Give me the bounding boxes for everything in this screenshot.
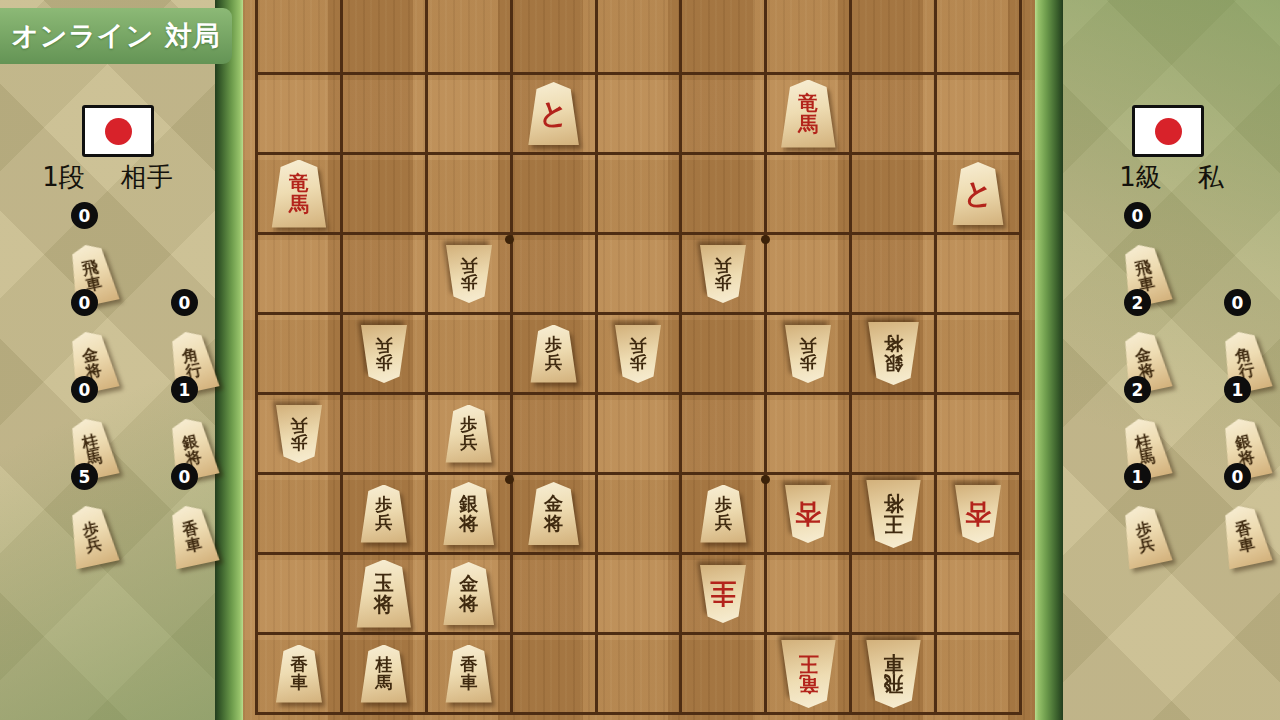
japan-flag-sun-icon [105, 118, 132, 145]
shogi-piece-pawn: 歩兵 [359, 325, 409, 383]
captured-rook[interactable]: 飛車0 [12, 206, 112, 293]
board-cell-r7c8[interactable]: 王将 [852, 475, 937, 555]
board-cell-r6c9[interactable] [937, 395, 1022, 475]
piece-kanji: 銀 [884, 354, 903, 373]
my-gold: 金将 [526, 482, 581, 545]
shogi-piece-promoted-bishop: 竜馬 [779, 80, 838, 148]
piece-kanji: 飛 [883, 674, 903, 694]
my-promoted-bishop: 竜馬 [779, 80, 838, 148]
board-cell-r7c1[interactable] [258, 475, 343, 555]
piece-kanji: 車 [460, 674, 477, 691]
piece-kanji: 歩 [460, 416, 477, 433]
board-cell-r9c2[interactable]: 桂馬 [343, 635, 428, 715]
piece-kanji: 桂 [375, 656, 392, 673]
board-cell-r4c5[interactable] [598, 235, 683, 315]
board-cell-r9c5[interactable] [598, 635, 683, 715]
captured-count-badge: 0 [71, 289, 98, 316]
board-cell-r6c8[interactable] [852, 395, 937, 475]
board-cell-r9c3[interactable]: 香車 [428, 635, 513, 715]
board-cell-r1c2[interactable] [343, 0, 428, 75]
captured-silver[interactable]: 銀将1 [1165, 380, 1265, 467]
captured-count-badge: 1 [1124, 463, 1151, 490]
opponent-pawn: 歩兵 [274, 405, 324, 463]
piece-kanji: 兵 [460, 256, 477, 273]
board-cell-r6c4[interactable] [513, 395, 598, 475]
piece-kanji: 歩 [715, 274, 732, 291]
captured-gold[interactable]: 金将0 [12, 293, 112, 380]
opponent-label: 1段 相手 [0, 160, 215, 195]
board-cell-r5c2[interactable]: 歩兵 [343, 315, 428, 395]
shogi-piece-silver: 銀将 [866, 322, 921, 385]
piece-kanji: 兵 [1137, 535, 1156, 554]
star-point [505, 475, 514, 484]
piece-kanji: 金 [459, 574, 478, 593]
japan-flag-opponent [82, 105, 154, 157]
star-point [761, 235, 770, 244]
board-cell-r7c4[interactable]: 金将 [513, 475, 598, 555]
shogi-piece-silver: 銀将 [441, 482, 496, 545]
board-cell-r7c3[interactable]: 銀将 [428, 475, 513, 555]
piece-kanji: 歩 [290, 434, 307, 451]
captured-bishop[interactable]: 角行0 [112, 293, 212, 380]
my-king: 玉将 [354, 560, 413, 628]
piece-kanji: 歩 [800, 354, 817, 371]
shogi-piece-promoted-knight: 圭 [698, 565, 748, 623]
board-cell-r9c4[interactable] [513, 635, 598, 715]
board-cell-r8c7[interactable] [767, 555, 852, 635]
piece-kanji: 歩 [375, 496, 392, 513]
board-cell-r1c7[interactable] [767, 0, 852, 75]
shogi-piece-tokin: と [526, 82, 581, 145]
piece-kanji: 兵 [715, 256, 732, 273]
board-cell-r1c4[interactable] [513, 0, 598, 75]
my-knight: 桂馬 [359, 645, 409, 703]
board-cell-r4c9[interactable] [937, 235, 1022, 315]
captured-knight[interactable]: 桂馬0 [12, 380, 112, 467]
board-cell-r3c9[interactable]: と [937, 155, 1022, 235]
board-cell-r2c6[interactable] [682, 75, 767, 155]
board-cell-r5c5[interactable]: 歩兵 [598, 315, 683, 395]
piece-kanji: 玉 [374, 573, 394, 593]
piece-kanji: 王 [883, 514, 903, 534]
piece-kanji: 将 [459, 514, 478, 533]
opponent-pawn: 歩兵 [444, 245, 494, 303]
board-cell-r5c8[interactable]: 銀将 [852, 315, 937, 395]
board-cell-r1c3[interactable] [428, 0, 513, 75]
captured-count-badge: 0 [71, 376, 98, 403]
shogi-piece-pawn: 歩兵 [444, 245, 494, 303]
board-grid: と竜馬竜馬と歩兵歩兵歩兵歩兵歩兵歩兵銀将歩兵歩兵歩兵銀将金将歩兵杏王将杏玉将金将… [255, 0, 1022, 715]
board-cell-r7c5[interactable] [598, 475, 683, 555]
piece-kanji: 将 [884, 334, 903, 353]
captured-count-badge: 0 [1224, 463, 1251, 490]
piece-kanji: 圭 [710, 580, 736, 607]
piece-kanji: 香 [290, 656, 307, 673]
piece-kanji: 車 [883, 653, 903, 673]
my-pawn: 歩兵 [359, 485, 409, 543]
opponent-promoted-rook: 竜王 [779, 640, 838, 708]
board-cell-r1c5[interactable] [598, 0, 683, 75]
my-tokin: と [526, 82, 581, 145]
board-cell-r9c6[interactable] [682, 635, 767, 715]
my-gold: 金将 [441, 562, 496, 625]
piece-kanji: 車 [184, 535, 203, 554]
captured-gold[interactable]: 金将2 [1065, 293, 1165, 380]
opponent-pawn: 歩兵 [783, 325, 833, 383]
board-cell-r3c8[interactable] [852, 155, 937, 235]
captured-pawn[interactable]: 歩兵1 [1065, 467, 1165, 554]
piece-kanji: 竜 [798, 93, 818, 113]
captured-count-badge: 2 [1124, 289, 1151, 316]
board-cell-r2c9[interactable] [937, 75, 1022, 155]
captured-count-badge: 0 [71, 202, 98, 229]
board-cell-r8c9[interactable] [937, 555, 1022, 635]
board-cell-r3c3[interactable] [428, 155, 513, 235]
captured-count-badge: 0 [1224, 289, 1251, 316]
shogi-piece-king: 王将 [864, 480, 923, 548]
board-cell-r4c8[interactable] [852, 235, 937, 315]
piece-kanji: 将 [374, 594, 394, 614]
captured-count-badge: 1 [171, 376, 198, 403]
captured-lance[interactable]: 香車0 [1165, 467, 1265, 554]
piece-kanji: 馬 [375, 674, 392, 691]
shogi-piece-pawn: 歩兵 [698, 245, 748, 303]
piece-kanji: 車 [1237, 535, 1256, 554]
piece-kanji: 杏 [795, 500, 821, 527]
opponent-pawn: 歩兵 [698, 245, 748, 303]
captured-silver[interactable]: 銀将1 [112, 380, 212, 467]
piece-kanji: 兵 [630, 336, 647, 353]
opponent-rook: 飛車 [864, 640, 923, 708]
shogi-piece-promoted-rook: 竜王 [779, 640, 838, 708]
piece-kanji: 竜 [289, 173, 309, 193]
captured-count-badge: 0 [171, 463, 198, 490]
captured-pawn[interactable]: 歩兵5 [12, 467, 112, 554]
piece-kanji: 竜 [798, 674, 818, 694]
board-cell-r3c5[interactable] [598, 155, 683, 235]
captured-lance[interactable]: 香車0 [112, 467, 212, 554]
my-captured-tray: 飛車0金将2角行0桂馬2銀将1歩兵1香車0 [1065, 206, 1265, 554]
board-cell-r4c2[interactable] [343, 235, 428, 315]
piece-kanji: 金 [544, 494, 563, 513]
captured-count-badge: 0 [171, 289, 198, 316]
japan-flag-sun-icon [1155, 118, 1182, 145]
shogi-piece-gold: 金将 [526, 482, 581, 545]
tray-empty-slot [1165, 206, 1265, 293]
tray-empty-slot [112, 206, 212, 293]
board-cell-r3c7[interactable] [767, 155, 852, 235]
board-cell-r1c1[interactable] [258, 0, 343, 75]
board-cell-r8c6[interactable]: 圭 [682, 555, 767, 635]
board-cell-r5c4[interactable]: 歩兵 [513, 315, 598, 395]
board-cell-r4c4[interactable] [513, 235, 598, 315]
piece-kanji: 兵 [375, 336, 392, 353]
match-title-banner: オンライン 対局 [0, 8, 232, 64]
my-label: 1級 私 [1063, 160, 1280, 195]
captured-count-badge: 2 [1124, 376, 1151, 403]
board-cell-r8c8[interactable] [852, 555, 937, 635]
board-cell-r9c1[interactable]: 香車 [258, 635, 343, 715]
piece-kanji: 歩 [460, 274, 477, 291]
opponent-pawn: 歩兵 [359, 325, 409, 383]
captured-count-badge: 1 [1224, 376, 1251, 403]
japan-flag-me [1132, 105, 1204, 157]
opponent-promoted-lance: 杏 [953, 485, 1003, 543]
board-frame-right [1035, 0, 1063, 720]
captured-count-badge: 0 [1124, 202, 1151, 229]
board-cell-r1c9[interactable] [937, 0, 1022, 75]
shogi-piece-pawn: 歩兵 [613, 325, 663, 383]
board-cell-r2c7[interactable]: 竜馬 [767, 75, 852, 155]
board-cell-r7c9[interactable]: 杏 [937, 475, 1022, 555]
piece-kanji: 車 [290, 674, 307, 691]
shogi-piece-pawn: 歩兵 [529, 325, 579, 383]
board-cell-r7c2[interactable]: 歩兵 [343, 475, 428, 555]
my-lance: 香車 [274, 645, 324, 703]
board-cell-r5c7[interactable]: 歩兵 [767, 315, 852, 395]
my-promoted-bishop: 竜馬 [269, 160, 328, 228]
my-pawn: 歩兵 [698, 485, 748, 543]
my-pawn: 歩兵 [529, 325, 579, 383]
board-cell-r3c6[interactable] [682, 155, 767, 235]
piece-kanji: 馬 [798, 114, 818, 134]
board-cell-r8c1[interactable] [258, 555, 343, 635]
shogi-app: オンライン 対局 1段 相手 1級 私 飛車0金将0角行0桂馬0銀将1歩兵5香車… [0, 0, 1280, 720]
board-cell-r6c7[interactable] [767, 395, 852, 475]
my-tokin: と [951, 162, 1006, 225]
opponent-captured-tray: 飛車0金将0角行0桂馬0銀将1歩兵5香車0 [12, 206, 212, 554]
piece-kanji: 兵 [545, 354, 562, 371]
board-cell-r4c6[interactable]: 歩兵 [682, 235, 767, 315]
board-cell-r4c3[interactable]: 歩兵 [428, 235, 513, 315]
board-cell-r4c1[interactable] [258, 235, 343, 315]
opponent-pawn: 歩兵 [613, 325, 663, 383]
board-cell-r6c3[interactable]: 歩兵 [428, 395, 513, 475]
shogi-piece-pawn: 歩兵 [783, 325, 833, 383]
my-pawn: 歩兵 [444, 405, 494, 463]
piece-kanji: 馬 [289, 194, 309, 214]
board-cell-r3c2[interactable] [343, 155, 428, 235]
captured-knight[interactable]: 桂馬2 [1065, 380, 1165, 467]
board-cell-r8c4[interactable] [513, 555, 598, 635]
board-cell-r9c9[interactable] [937, 635, 1022, 715]
shogi-piece-promoted-lance: 杏 [953, 485, 1003, 543]
opponent-silver: 銀将 [866, 322, 921, 385]
match-title: オンライン 対局 [11, 18, 221, 54]
board-cell-r1c8[interactable] [852, 0, 937, 75]
piece-kanji: 歩 [715, 496, 732, 513]
shogi-piece-promoted-lance: 杏 [783, 485, 833, 543]
piece-kanji: 王 [798, 653, 818, 673]
board-cell-r5c6[interactable] [682, 315, 767, 395]
board-cell-r7c7[interactable]: 杏 [767, 475, 852, 555]
board-cell-r5c9[interactable] [937, 315, 1022, 395]
opponent-rank: 1段 [42, 160, 85, 195]
board-cell-r5c1[interactable] [258, 315, 343, 395]
piece-kanji: 兵 [290, 416, 307, 433]
piece-kanji: 将 [883, 493, 903, 513]
piece-kanji: 銀 [459, 494, 478, 513]
board-cell-r6c2[interactable] [343, 395, 428, 475]
shogi-piece-promoted-bishop: 竜馬 [269, 160, 328, 228]
board-cell-r8c2[interactable]: 玉将 [343, 555, 428, 635]
board-cell-r2c1[interactable] [258, 75, 343, 155]
my-name: 私 [1198, 160, 1224, 195]
piece-kanji: 歩 [545, 336, 562, 353]
piece-kanji: 兵 [715, 514, 732, 531]
board-cell-r7c6[interactable]: 歩兵 [682, 475, 767, 555]
shogi-piece-lance: 香車 [274, 645, 324, 703]
shogi-piece-pawn: 歩兵 [359, 485, 409, 543]
piece-kanji: と [539, 99, 569, 129]
my-silver: 銀将 [441, 482, 496, 545]
board-cell-r9c8[interactable]: 飛車 [852, 635, 937, 715]
board-cell-r3c4[interactable] [513, 155, 598, 235]
piece-kanji: 歩 [375, 354, 392, 371]
my-lance: 香車 [444, 645, 494, 703]
opponent-promoted-lance: 杏 [783, 485, 833, 543]
board-cell-r2c4[interactable]: と [513, 75, 598, 155]
board-frame-left [215, 0, 243, 720]
board-cell-r9c7[interactable]: 竜王 [767, 635, 852, 715]
captured-rook[interactable]: 飛車0 [1065, 206, 1165, 293]
shogi-piece-gold: 金将 [441, 562, 496, 625]
star-point [505, 235, 514, 244]
shogi-piece-king: 玉将 [354, 560, 413, 628]
shogi-piece-pawn: 歩兵 [698, 485, 748, 543]
piece-kanji: 将 [459, 594, 478, 613]
shogi-piece-rook: 飛車 [864, 640, 923, 708]
opponent-promoted-knight: 圭 [698, 565, 748, 623]
piece-kanji: 兵 [460, 434, 477, 451]
piece-kanji: 兵 [800, 336, 817, 353]
board-cell-r3c1[interactable]: 竜馬 [258, 155, 343, 235]
shogi-piece-lance: 香車 [444, 645, 494, 703]
shogi-piece-pawn: 歩兵 [274, 405, 324, 463]
board-cell-r6c5[interactable] [598, 395, 683, 475]
board-cell-r5c3[interactable] [428, 315, 513, 395]
piece-kanji: 将 [544, 514, 563, 533]
star-point [761, 475, 770, 484]
board-cell-r1c6[interactable] [682, 0, 767, 75]
board-cell-r6c6[interactable] [682, 395, 767, 475]
board-cell-r2c3[interactable] [428, 75, 513, 155]
piece-kanji: 歩 [630, 354, 647, 371]
piece-kanji: 兵 [375, 514, 392, 531]
piece-kanji: と [963, 179, 993, 209]
shogi-piece-knight: 桂馬 [359, 645, 409, 703]
board-cell-r2c8[interactable] [852, 75, 937, 155]
shogi-piece-pawn: 歩兵 [444, 405, 494, 463]
piece-kanji: 兵 [84, 535, 103, 554]
captured-bishop[interactable]: 角行0 [1165, 293, 1265, 380]
board-cell-r6c1[interactable]: 歩兵 [258, 395, 343, 475]
piece-kanji: 香 [460, 656, 477, 673]
shogi-piece-tokin: と [951, 162, 1006, 225]
board-cell-r2c5[interactable] [598, 75, 683, 155]
opponent-king: 王将 [864, 480, 923, 548]
board-cell-r4c7[interactable] [767, 235, 852, 315]
opponent-name: 相手 [121, 160, 173, 195]
my-rank: 1級 [1119, 160, 1162, 195]
captured-count-badge: 5 [71, 463, 98, 490]
board-cell-r2c2[interactable] [343, 75, 428, 155]
board-cell-r8c3[interactable]: 金将 [428, 555, 513, 635]
shogi-board: と竜馬竜馬と歩兵歩兵歩兵歩兵歩兵歩兵銀将歩兵歩兵歩兵銀将金将歩兵杏王将杏玉将金将… [243, 0, 1035, 720]
board-cell-r8c5[interactable] [598, 555, 683, 635]
piece-kanji: 杏 [965, 500, 991, 527]
